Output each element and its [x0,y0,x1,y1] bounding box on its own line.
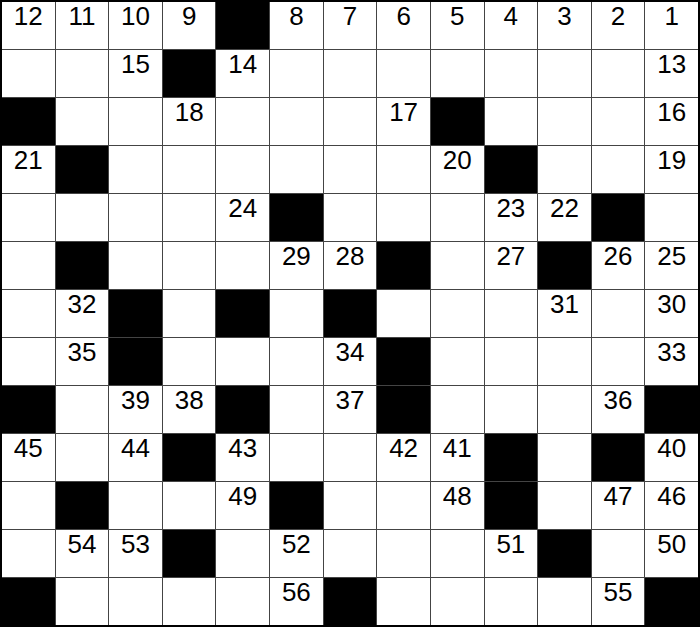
clue-number-34: 34 [336,338,365,366]
crossword-grid: 1211109876543211514131817162120192423222… [0,0,700,627]
black-cell-r7c7 [324,290,377,337]
cell-r11c4[interactable] [163,482,216,529]
cell-r2c9[interactable] [431,50,484,97]
cell-r3c12[interactable] [592,98,645,145]
cell-r6c13[interactable]: 25 [645,242,698,289]
cell-r4c1[interactable]: 21 [2,146,55,193]
cell-r12c13[interactable]: 50 [645,530,698,577]
cell-r7c13[interactable]: 30 [645,290,698,337]
clue-number-56: 56 [282,578,311,606]
cell-r11c5[interactable]: 49 [216,482,269,529]
black-cell-r10c10 [485,434,538,481]
cell-r13c4[interactable] [163,578,216,625]
black-cell-r3c9 [431,98,484,145]
cell-r12c5[interactable] [216,530,269,577]
cell-r1c13[interactable]: 1 [645,2,698,49]
cell-r6c1[interactable] [2,242,55,289]
cell-r9c11[interactable] [538,386,591,433]
clue-number-33: 33 [657,338,686,366]
clue-number-45: 45 [14,434,43,462]
clue-number-39: 39 [121,386,150,414]
cell-r11c9[interactable]: 48 [431,482,484,529]
black-cell-r3c1 [2,98,55,145]
cell-r7c10[interactable] [485,290,538,337]
black-cell-r13c13 [645,578,698,625]
cell-r8c10[interactable] [485,338,538,385]
cell-r13c8[interactable] [377,578,430,625]
black-cell-r12c11 [538,530,591,577]
cell-r2c3[interactable]: 15 [109,50,162,97]
cell-r2c10[interactable] [485,50,538,97]
cell-r8c6[interactable] [270,338,323,385]
clue-number-50: 50 [657,530,686,558]
clue-number-19: 19 [657,146,686,174]
cell-r13c11[interactable] [538,578,591,625]
cell-r13c9[interactable] [431,578,484,625]
cell-r12c2[interactable]: 54 [56,530,109,577]
black-cell-r11c10 [485,482,538,529]
clue-number-10: 10 [121,2,150,30]
clue-number-24: 24 [228,194,257,222]
black-cell-r6c8 [377,242,430,289]
cell-r1c8[interactable]: 6 [377,2,430,49]
clue-number-51: 51 [496,530,525,558]
cell-r8c2[interactable]: 35 [56,338,109,385]
cell-r9c9[interactable] [431,386,484,433]
cell-r2c1[interactable] [2,50,55,97]
clue-number-2: 2 [611,2,625,30]
black-cell-r12c4 [163,530,216,577]
black-cell-r6c2 [56,242,109,289]
black-cell-r2c4 [163,50,216,97]
cell-r5c5[interactable]: 24 [216,194,269,241]
clue-number-30: 30 [657,290,686,318]
cell-r6c12[interactable]: 26 [592,242,645,289]
clue-number-40: 40 [657,434,686,462]
cell-r6c5[interactable] [216,242,269,289]
black-cell-r9c13 [645,386,698,433]
clue-number-41: 41 [443,434,472,462]
cell-r7c9[interactable] [431,290,484,337]
cell-r13c6[interactable]: 56 [270,578,323,625]
clue-number-52: 52 [282,530,311,558]
clue-number-14: 14 [228,50,257,78]
black-cell-r10c4 [163,434,216,481]
cell-r6c4[interactable] [163,242,216,289]
cell-r13c10[interactable] [485,578,538,625]
cell-r12c9[interactable] [431,530,484,577]
cell-r11c13[interactable]: 46 [645,482,698,529]
cell-r10c6[interactable] [270,434,323,481]
cell-r5c9[interactable] [431,194,484,241]
cell-r1c3[interactable]: 10 [109,2,162,49]
cell-r3c2[interactable] [56,98,109,145]
cell-r8c5[interactable] [216,338,269,385]
black-cell-r11c6 [270,482,323,529]
cell-r4c8[interactable] [377,146,430,193]
cell-r10c13[interactable]: 40 [645,434,698,481]
cell-r10c11[interactable] [538,434,591,481]
clue-number-53: 53 [121,530,150,558]
cell-r11c7[interactable] [324,482,377,529]
cell-r11c8[interactable] [377,482,430,529]
cell-r12c7[interactable] [324,530,377,577]
black-cell-r8c8 [377,338,430,385]
clue-number-43: 43 [228,434,257,462]
cell-r3c8[interactable]: 17 [377,98,430,145]
cell-r12c12[interactable] [592,530,645,577]
black-cell-r1c5 [216,2,269,49]
cell-r2c13[interactable]: 13 [645,50,698,97]
cell-r4c6[interactable] [270,146,323,193]
cell-r6c3[interactable] [109,242,162,289]
cell-r5c1[interactable] [2,194,55,241]
cell-r4c7[interactable] [324,146,377,193]
cell-r3c13[interactable]: 16 [645,98,698,145]
cell-r10c9[interactable]: 41 [431,434,484,481]
clue-number-6: 6 [396,2,410,30]
cell-r12c1[interactable] [2,530,55,577]
cell-r3c11[interactable] [538,98,591,145]
clue-number-38: 38 [175,386,204,414]
clue-number-3: 3 [557,2,571,30]
cell-r9c4[interactable]: 38 [163,386,216,433]
clue-number-31: 31 [550,290,579,318]
cell-r7c11[interactable]: 31 [538,290,591,337]
black-cell-r5c6 [270,194,323,241]
clue-number-42: 42 [389,434,418,462]
black-cell-r11c2 [56,482,109,529]
clue-number-15: 15 [121,50,150,78]
clue-number-1: 1 [664,2,678,30]
black-cell-r7c5 [216,290,269,337]
cell-r3c3[interactable] [109,98,162,145]
clue-number-22: 22 [550,194,579,222]
clue-number-4: 4 [504,2,518,30]
cell-r10c5[interactable]: 43 [216,434,269,481]
cell-r4c12[interactable] [592,146,645,193]
clue-number-11: 11 [68,2,95,30]
black-cell-r5c12 [592,194,645,241]
black-cell-r8c3 [109,338,162,385]
cell-r4c11[interactable] [538,146,591,193]
cell-r7c8[interactable] [377,290,430,337]
cell-r5c3[interactable] [109,194,162,241]
cell-r5c7[interactable] [324,194,377,241]
cell-r1c11[interactable]: 3 [538,2,591,49]
cell-r5c2[interactable] [56,194,109,241]
cell-r12c6[interactable]: 52 [270,530,323,577]
cell-r3c4[interactable]: 18 [163,98,216,145]
black-cell-r9c8 [377,386,430,433]
cell-r1c6[interactable]: 8 [270,2,323,49]
clue-number-37: 37 [336,386,365,414]
clue-number-18: 18 [175,98,204,126]
cell-r6c9[interactable] [431,242,484,289]
cell-r2c12[interactable] [592,50,645,97]
cell-r12c10[interactable]: 51 [485,530,538,577]
cell-r9c10[interactable] [485,386,538,433]
clue-number-55: 55 [604,578,633,606]
cell-r13c2[interactable] [56,578,109,625]
cell-r6c10[interactable]: 27 [485,242,538,289]
cell-r1c7[interactable]: 7 [324,2,377,49]
cell-r9c3[interactable]: 39 [109,386,162,433]
cell-r8c1[interactable] [2,338,55,385]
cell-r2c6[interactable] [270,50,323,97]
cell-r6c7[interactable]: 28 [324,242,377,289]
clue-number-13: 13 [657,50,686,78]
cell-r2c7[interactable] [324,50,377,97]
cell-r10c7[interactable] [324,434,377,481]
black-cell-r13c1 [2,578,55,625]
black-cell-r4c10 [485,146,538,193]
clue-number-26: 26 [604,242,633,270]
cell-r3c6[interactable] [270,98,323,145]
cell-r6c6[interactable]: 29 [270,242,323,289]
black-cell-r10c12 [592,434,645,481]
cell-r4c4[interactable] [163,146,216,193]
cell-r4c9[interactable]: 20 [431,146,484,193]
cell-r8c9[interactable] [431,338,484,385]
clue-number-20: 20 [443,146,472,174]
cell-r2c11[interactable] [538,50,591,97]
cell-r9c12[interactable]: 36 [592,386,645,433]
clue-number-27: 27 [496,242,525,270]
cell-r5c8[interactable] [377,194,430,241]
cell-r2c2[interactable] [56,50,109,97]
clue-number-5: 5 [450,2,464,30]
cell-r4c3[interactable] [109,146,162,193]
cell-r10c8[interactable]: 42 [377,434,430,481]
cell-r2c8[interactable] [377,50,430,97]
black-cell-r13c7 [324,578,377,625]
cell-r1c10[interactable]: 4 [485,2,538,49]
cell-r3c10[interactable] [485,98,538,145]
cell-r1c12[interactable]: 2 [592,2,645,49]
cell-r1c1[interactable]: 12 [2,2,55,49]
clue-number-48: 48 [443,482,472,510]
clue-number-35: 35 [67,338,96,366]
cell-r9c2[interactable] [56,386,109,433]
cell-r5c10[interactable]: 23 [485,194,538,241]
cell-r7c12[interactable] [592,290,645,337]
clue-number-46: 46 [657,482,686,510]
clue-number-32: 32 [67,290,96,318]
cell-r10c2[interactable] [56,434,109,481]
cell-r4c5[interactable] [216,146,269,193]
cell-r8c13[interactable]: 33 [645,338,698,385]
cell-r11c11[interactable] [538,482,591,529]
clue-number-23: 23 [496,194,525,222]
cell-r10c3[interactable]: 44 [109,434,162,481]
cell-r3c5[interactable] [216,98,269,145]
clue-number-28: 28 [336,242,365,270]
clue-number-25: 25 [657,242,686,270]
clue-number-17: 17 [389,98,418,126]
cell-r11c12[interactable]: 47 [592,482,645,529]
cell-r12c8[interactable] [377,530,430,577]
clue-number-29: 29 [282,242,311,270]
cell-r8c4[interactable] [163,338,216,385]
cell-r3c7[interactable] [324,98,377,145]
cell-r4c13[interactable]: 19 [645,146,698,193]
clue-number-8: 8 [289,2,303,30]
cell-r7c6[interactable] [270,290,323,337]
cell-r2c5[interactable]: 14 [216,50,269,97]
black-cell-r9c1 [2,386,55,433]
black-cell-r6c11 [538,242,591,289]
clue-number-21: 21 [14,146,43,174]
clue-number-9: 9 [182,2,196,30]
cell-r10c1[interactable]: 45 [2,434,55,481]
cell-r5c13[interactable] [645,194,698,241]
black-cell-r4c2 [56,146,109,193]
cell-r7c4[interactable] [163,290,216,337]
cell-r9c6[interactable] [270,386,323,433]
cell-r9c7[interactable]: 37 [324,386,377,433]
cell-r13c3[interactable] [109,578,162,625]
clue-number-12: 12 [14,2,43,30]
cell-r11c1[interactable] [2,482,55,529]
cell-r7c2[interactable]: 32 [56,290,109,337]
cell-r5c11[interactable]: 22 [538,194,591,241]
cell-r8c7[interactable]: 34 [324,338,377,385]
cell-r8c11[interactable] [538,338,591,385]
clue-number-7: 7 [343,2,357,30]
clue-number-49: 49 [228,482,257,510]
cell-r12c3[interactable]: 53 [109,530,162,577]
cell-r11c3[interactable] [109,482,162,529]
cell-r8c12[interactable] [592,338,645,385]
cell-r13c5[interactable] [216,578,269,625]
cell-r1c2[interactable]: 11 [56,2,109,49]
black-cell-r7c3 [109,290,162,337]
clue-number-54: 54 [67,530,96,558]
black-cell-r9c5 [216,386,269,433]
cell-r13c12[interactable]: 55 [592,578,645,625]
cell-r1c9[interactable]: 5 [431,2,484,49]
clue-number-16: 16 [657,98,686,126]
clue-number-44: 44 [121,434,150,462]
cell-r1c4[interactable]: 9 [163,2,216,49]
cell-r5c4[interactable] [163,194,216,241]
clue-number-47: 47 [604,482,633,510]
clue-number-36: 36 [604,386,633,414]
cell-r7c1[interactable] [2,290,55,337]
